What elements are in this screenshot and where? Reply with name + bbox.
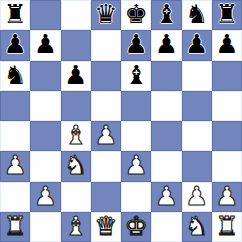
square-h2[interactable]: ♟ [212,182,242,212]
square-d7[interactable] [91,30,121,60]
piece-white-bishop-c1[interactable]: ♝ [64,213,87,239]
square-e1[interactable]: ♚ [121,212,151,242]
square-f5[interactable] [151,91,181,121]
square-d1[interactable]: ♛ [91,212,121,242]
square-b4[interactable] [30,121,60,151]
square-f8[interactable]: ♝ [151,0,181,30]
square-a1[interactable]: ♜ [0,212,30,242]
square-h1[interactable]: ♜ [212,212,242,242]
piece-white-rook-a1[interactable]: ♜ [3,213,26,239]
square-f6[interactable] [151,61,181,91]
piece-white-knight-c3[interactable]: ♞ [64,152,87,178]
piece-black-queen-d8[interactable]: ♛ [94,1,117,27]
piece-white-pawn-h2[interactable]: ♟ [215,183,238,209]
piece-white-knight-g1[interactable]: ♞ [185,213,208,239]
square-g3[interactable] [182,151,212,181]
piece-black-knight-a6[interactable]: ♞ [3,62,26,88]
piece-black-knight-g8[interactable]: ♞ [185,1,208,27]
piece-white-pawn-f2[interactable]: ♟ [155,183,178,209]
square-h4[interactable] [212,121,242,151]
square-a5[interactable] [0,91,30,121]
piece-black-pawn-h7[interactable]: ♟ [215,31,238,57]
piece-white-pawn-d4[interactable]: ♟ [94,122,117,148]
square-h6[interactable] [212,61,242,91]
square-e4[interactable] [121,121,151,151]
square-e2[interactable] [121,182,151,212]
piece-white-pawn-b2[interactable]: ♟ [34,183,57,209]
square-b3[interactable] [30,151,60,181]
square-c1[interactable]: ♝ [61,212,91,242]
square-h5[interactable] [212,91,242,121]
piece-black-pawn-a7[interactable]: ♟ [3,31,26,57]
square-c2[interactable] [61,182,91,212]
square-g8[interactable]: ♞ [182,0,212,30]
piece-black-bishop-f8[interactable]: ♝ [155,1,178,27]
piece-black-pawn-g7[interactable]: ♟ [185,31,208,57]
piece-black-rook-h8[interactable]: ♜ [215,1,238,27]
square-c6[interactable]: ♟ [61,61,91,91]
piece-black-king-e8[interactable]: ♚ [124,1,147,27]
square-b6[interactable] [30,61,60,91]
square-b2[interactable]: ♟ [30,182,60,212]
square-f3[interactable] [151,151,181,181]
square-a2[interactable] [0,182,30,212]
square-d5[interactable] [91,91,121,121]
square-e7[interactable]: ♟ [121,30,151,60]
square-c4[interactable]: ♝ [61,121,91,151]
square-c7[interactable] [61,30,91,60]
square-f7[interactable]: ♟ [151,30,181,60]
square-a3[interactable]: ♟ [0,151,30,181]
square-d2[interactable] [91,182,121,212]
square-b8[interactable] [30,0,60,30]
square-b5[interactable] [30,91,60,121]
square-g6[interactable] [182,61,212,91]
square-a7[interactable]: ♟ [0,30,30,60]
square-h3[interactable] [212,151,242,181]
square-c3[interactable]: ♞ [61,151,91,181]
square-e6[interactable]: ♝ [121,61,151,91]
square-g2[interactable]: ♟ [182,182,212,212]
piece-white-pawn-e3[interactable]: ♟ [124,152,147,178]
piece-white-pawn-g2[interactable]: ♟ [185,183,208,209]
square-d6[interactable] [91,61,121,91]
square-d8[interactable]: ♛ [91,0,121,30]
square-g5[interactable] [182,91,212,121]
square-g4[interactable] [182,121,212,151]
square-f2[interactable]: ♟ [151,182,181,212]
square-h8[interactable]: ♜ [212,0,242,30]
square-e5[interactable] [121,91,151,121]
piece-black-rook-a8[interactable]: ♜ [3,1,26,27]
square-b7[interactable]: ♟ [30,30,60,60]
square-d3[interactable] [91,151,121,181]
piece-white-king-e1[interactable]: ♚ [124,213,147,239]
piece-black-bishop-e6[interactable]: ♝ [124,62,147,88]
piece-black-pawn-e7[interactable]: ♟ [124,31,147,57]
square-a4[interactable] [0,121,30,151]
piece-white-bishop-c4[interactable]: ♝ [64,122,87,148]
square-c5[interactable] [61,91,91,121]
square-g7[interactable]: ♟ [182,30,212,60]
square-f4[interactable] [151,121,181,151]
square-d4[interactable]: ♟ [91,121,121,151]
square-h7[interactable]: ♟ [212,30,242,60]
piece-black-pawn-f7[interactable]: ♟ [155,31,178,57]
square-e8[interactable]: ♚ [121,0,151,30]
piece-black-pawn-b7[interactable]: ♟ [34,31,57,57]
square-f1[interactable] [151,212,181,242]
square-c8[interactable] [61,0,91,30]
piece-white-rook-h1[interactable]: ♜ [215,213,238,239]
square-g1[interactable]: ♞ [182,212,212,242]
piece-black-pawn-c6[interactable]: ♟ [64,62,87,88]
piece-white-queen-d1[interactable]: ♛ [94,213,117,239]
square-a6[interactable]: ♞ [0,61,30,91]
square-e3[interactable]: ♟ [121,151,151,181]
square-a8[interactable]: ♜ [0,0,30,30]
piece-white-pawn-a3[interactable]: ♟ [3,152,26,178]
square-b1[interactable] [30,212,60,242]
chess-board: ♜♛♚♝♞♜♟♟♟♟♟♟♞♟♝♝♟♟♞♟♟♟♟♟♜♝♛♚♞♜ [0,0,242,242]
